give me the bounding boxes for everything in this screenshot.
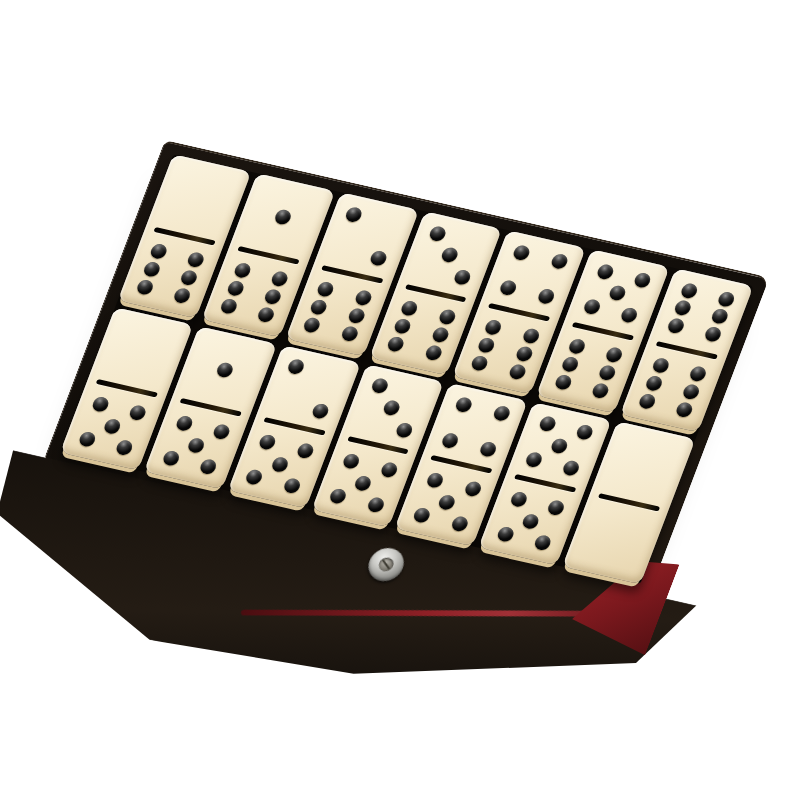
pip — [269, 271, 289, 288]
pip — [533, 534, 553, 551]
pip — [598, 364, 618, 381]
pip — [703, 326, 723, 343]
pip — [90, 395, 110, 412]
pip — [496, 526, 516, 543]
pip — [225, 280, 245, 297]
pip — [688, 366, 708, 383]
pip — [608, 285, 628, 302]
pip — [270, 455, 290, 472]
pip — [437, 493, 457, 510]
pip — [651, 357, 671, 374]
pip — [310, 402, 330, 419]
pip — [77, 431, 97, 448]
pip — [512, 244, 532, 261]
pip — [399, 300, 419, 317]
pip — [256, 306, 276, 323]
pip — [368, 250, 388, 267]
pip — [232, 262, 252, 279]
pip — [186, 251, 206, 268]
pip — [340, 325, 360, 342]
pip — [549, 252, 569, 269]
pip — [463, 480, 483, 497]
pip — [491, 405, 511, 422]
pip — [394, 421, 414, 438]
photo-scene — [0, 0, 800, 800]
pip — [174, 414, 194, 431]
pip — [521, 328, 541, 345]
pip — [386, 335, 406, 352]
pip — [393, 318, 413, 335]
snap-button-icon — [363, 545, 408, 585]
pip — [282, 477, 302, 494]
pip — [370, 377, 390, 394]
pip — [161, 450, 181, 467]
pip — [211, 423, 231, 440]
pip — [582, 298, 602, 315]
pip — [637, 392, 657, 409]
pip — [423, 344, 443, 361]
pip — [295, 442, 315, 459]
pip — [437, 309, 457, 326]
pip — [430, 326, 450, 343]
pip — [412, 507, 432, 524]
pip — [353, 290, 373, 307]
pip — [454, 396, 474, 413]
pip — [302, 316, 322, 333]
pip — [379, 461, 399, 478]
pip — [470, 354, 490, 371]
pip — [633, 271, 653, 288]
pip — [346, 307, 366, 324]
pip — [449, 515, 469, 532]
pip — [215, 361, 235, 378]
pip — [550, 437, 570, 454]
pip — [509, 491, 529, 508]
pip — [476, 337, 496, 354]
pip — [382, 399, 402, 416]
pip — [521, 512, 541, 529]
pip — [546, 499, 566, 516]
pip — [428, 225, 448, 242]
pip — [666, 317, 686, 334]
tile-half — [620, 344, 725, 432]
pip — [273, 209, 293, 226]
pip — [591, 382, 611, 399]
pip — [244, 469, 264, 486]
pip — [102, 417, 122, 434]
pip — [575, 424, 595, 441]
pip — [681, 383, 701, 400]
pip — [179, 269, 199, 286]
pip — [679, 282, 699, 299]
pip — [286, 358, 306, 375]
pip — [263, 288, 283, 305]
pip — [366, 496, 386, 513]
pip — [440, 247, 460, 264]
pip — [258, 433, 278, 450]
pip — [717, 290, 737, 307]
pip — [309, 299, 329, 316]
pip — [478, 440, 498, 457]
pip — [483, 319, 503, 336]
pip — [675, 401, 695, 418]
pip — [452, 269, 472, 286]
pip — [135, 278, 155, 295]
pip — [620, 307, 640, 324]
pip — [344, 206, 364, 223]
pip — [524, 451, 544, 468]
pip — [554, 373, 574, 390]
pip — [498, 279, 518, 296]
pip — [562, 459, 582, 476]
domino-case — [43, 140, 770, 598]
pip — [198, 458, 218, 475]
pip — [514, 345, 534, 362]
pip — [567, 338, 587, 355]
pip — [114, 439, 134, 456]
pip — [186, 436, 206, 453]
pip — [440, 432, 460, 449]
pip — [538, 415, 558, 432]
pip — [536, 288, 556, 305]
pip — [342, 453, 362, 470]
pip — [710, 308, 730, 325]
pip — [673, 299, 693, 316]
pip — [128, 404, 148, 421]
pip — [507, 363, 527, 380]
pip — [425, 472, 445, 489]
pip — [644, 375, 664, 392]
pip — [148, 243, 168, 260]
pip — [172, 287, 192, 304]
pip — [604, 347, 624, 364]
pip — [596, 263, 616, 280]
pip — [316, 281, 336, 298]
pip — [219, 297, 239, 314]
pip — [354, 474, 374, 491]
pip — [142, 261, 162, 278]
pip — [560, 356, 580, 373]
pip — [328, 488, 348, 505]
